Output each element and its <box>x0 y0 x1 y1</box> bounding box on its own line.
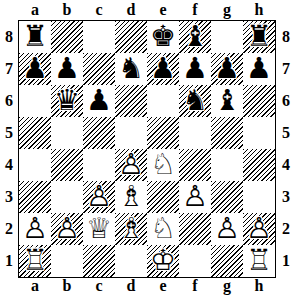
white-bishop: ♝♗ <box>115 213 147 245</box>
black-pawn: ♟♟ <box>51 53 83 85</box>
square-c2[interactable]: ♛♕ <box>83 213 115 245</box>
rank-label-right-4: 4 <box>277 149 295 181</box>
square-f7[interactable]: ♟♟ <box>179 53 211 85</box>
black-pawn: ♟♟ <box>211 53 243 85</box>
square-d1[interactable] <box>115 245 147 277</box>
square-a5[interactable] <box>19 117 51 149</box>
file-label-top-h: h <box>243 1 275 19</box>
square-c5[interactable] <box>83 117 115 149</box>
square-e4[interactable]: ♞♘ <box>147 149 179 181</box>
file-label-top-c: c <box>83 1 115 19</box>
black-queen: ♛♛ <box>51 85 83 117</box>
file-label-top-e: e <box>147 1 179 19</box>
white-queen: ♛♕ <box>83 213 115 245</box>
white-knight: ♞♘ <box>147 149 179 181</box>
square-a8[interactable]: ♜♜ <box>19 21 51 53</box>
rank-label-left-7: 7 <box>0 53 18 85</box>
white-bishop-glyph: ♗ <box>115 181 147 213</box>
white-pawn-glyph: ♙ <box>51 213 83 245</box>
black-pawn: ♟♟ <box>243 53 275 85</box>
rank-label-left-8: 8 <box>0 21 18 53</box>
square-e1[interactable]: ♚♔ <box>147 245 179 277</box>
rank-label-left-6: 6 <box>0 85 18 117</box>
square-f3[interactable]: ♟♙ <box>179 181 211 213</box>
white-pawn-glyph: ♙ <box>243 213 275 245</box>
black-pawn: ♟♟ <box>179 53 211 85</box>
square-g7[interactable]: ♟♟ <box>211 53 243 85</box>
square-g8[interactable] <box>211 21 243 53</box>
file-label-top-a: a <box>19 1 51 19</box>
file-labels-top: abcdefgh <box>19 1 275 19</box>
rank-label-right-8: 8 <box>277 21 295 53</box>
square-d3[interactable]: ♝♗ <box>115 181 147 213</box>
square-a4[interactable] <box>19 149 51 181</box>
white-king-glyph: ♔ <box>147 245 179 277</box>
square-e6[interactable] <box>147 85 179 117</box>
black-knight: ♞♞ <box>115 53 147 85</box>
rank-label-left-5: 5 <box>0 117 18 149</box>
file-label-bottom-d: d <box>115 277 147 295</box>
square-b7[interactable]: ♟♟ <box>51 53 83 85</box>
square-h5[interactable] <box>243 117 275 149</box>
square-d2[interactable]: ♝♗ <box>115 213 147 245</box>
square-c4[interactable] <box>83 149 115 181</box>
black-rook: ♜♜ <box>243 21 275 53</box>
square-h6[interactable] <box>243 85 275 117</box>
file-label-top-f: f <box>179 1 211 19</box>
square-a2[interactable]: ♟♙ <box>19 213 51 245</box>
square-h2[interactable]: ♟♙ <box>243 213 275 245</box>
square-b1[interactable] <box>51 245 83 277</box>
square-d6[interactable] <box>115 85 147 117</box>
square-d5[interactable] <box>115 117 147 149</box>
white-pawn: ♟♙ <box>243 213 275 245</box>
white-pawn: ♟♙ <box>115 149 147 181</box>
square-e5[interactable] <box>147 117 179 149</box>
black-pawn-glyph: ♟ <box>51 53 83 85</box>
rank-label-left-3: 3 <box>0 181 18 213</box>
file-label-top-d: d <box>115 1 147 19</box>
black-queen-glyph: ♛ <box>51 85 83 117</box>
white-pawn-glyph: ♙ <box>115 149 147 181</box>
square-a6[interactable] <box>19 85 51 117</box>
white-pawn: ♟♙ <box>211 213 243 245</box>
square-d4[interactable]: ♟♙ <box>115 149 147 181</box>
square-f5[interactable] <box>179 117 211 149</box>
rank-label-right-2: 2 <box>277 213 295 245</box>
white-rook-glyph: ♖ <box>243 245 275 277</box>
white-pawn-glyph: ♙ <box>19 213 51 245</box>
file-label-bottom-c: c <box>83 277 115 295</box>
black-pawn-glyph: ♟ <box>179 53 211 85</box>
square-e8[interactable]: ♚♚ <box>147 21 179 53</box>
black-rook: ♜♜ <box>19 21 51 53</box>
square-b8[interactable] <box>51 21 83 53</box>
square-g4[interactable] <box>211 149 243 181</box>
black-pawn-glyph: ♟ <box>211 53 243 85</box>
file-label-bottom-f: f <box>179 277 211 295</box>
black-pawn-glyph: ♟ <box>147 53 179 85</box>
black-king-glyph: ♚ <box>147 21 179 53</box>
white-pawn: ♟♙ <box>179 181 211 213</box>
square-b3[interactable] <box>51 181 83 213</box>
square-f8[interactable]: ♝♝ <box>179 21 211 53</box>
rank-label-right-1: 1 <box>277 245 295 277</box>
black-pawn: ♟♟ <box>147 53 179 85</box>
rank-label-right-6: 6 <box>277 85 295 117</box>
black-bishop: ♝♝ <box>179 21 211 53</box>
white-pawn-glyph: ♙ <box>211 213 243 245</box>
square-b4[interactable] <box>51 149 83 181</box>
square-b2[interactable]: ♟♙ <box>51 213 83 245</box>
rank-label-right-7: 7 <box>277 53 295 85</box>
file-label-bottom-a: a <box>19 277 51 295</box>
black-rook-glyph: ♜ <box>243 21 275 53</box>
square-c7[interactable] <box>83 53 115 85</box>
square-g1[interactable] <box>211 245 243 277</box>
rank-labels-right: 87654321 <box>277 21 295 277</box>
white-pawn-glyph: ♙ <box>83 181 115 213</box>
file-label-top-g: g <box>211 1 243 19</box>
white-rook: ♜♖ <box>243 245 275 277</box>
black-knight-glyph: ♞ <box>115 53 147 85</box>
file-label-bottom-h: h <box>243 277 275 295</box>
file-label-bottom-g: g <box>211 277 243 295</box>
square-e2[interactable]: ♞♘ <box>147 213 179 245</box>
square-e7[interactable]: ♟♟ <box>147 53 179 85</box>
black-pawn: ♟♟ <box>83 85 115 117</box>
black-pawn-glyph: ♟ <box>83 85 115 117</box>
square-h4[interactable] <box>243 149 275 181</box>
square-c6[interactable]: ♟♟ <box>83 85 115 117</box>
square-h7[interactable]: ♟♟ <box>243 53 275 85</box>
white-bishop: ♝♗ <box>115 181 147 213</box>
black-bishop: ♝♝ <box>211 85 243 117</box>
square-b6[interactable]: ♛♛ <box>51 85 83 117</box>
rank-label-right-5: 5 <box>277 117 295 149</box>
rank-label-left-4: 4 <box>0 149 18 181</box>
chess-diagram: abcdefgh 87654321 ♜♜♚♚♝♝♜♜♟♟♟♟♞♞♟♟♟♟♟♟♟♟… <box>0 0 295 295</box>
white-knight-glyph: ♘ <box>147 213 179 245</box>
square-h8[interactable]: ♜♜ <box>243 21 275 53</box>
white-pawn: ♟♙ <box>19 213 51 245</box>
white-pawn: ♟♙ <box>83 181 115 213</box>
square-a1[interactable]: ♜♖ <box>19 245 51 277</box>
square-e3[interactable] <box>147 181 179 213</box>
black-pawn-glyph: ♟ <box>19 53 51 85</box>
black-bishop-glyph: ♝ <box>179 21 211 53</box>
white-knight: ♞♘ <box>147 213 179 245</box>
square-a3[interactable] <box>19 181 51 213</box>
white-knight-glyph: ♘ <box>147 149 179 181</box>
white-king: ♚♔ <box>147 245 179 277</box>
rank-label-right-3: 3 <box>277 181 295 213</box>
black-pawn: ♟♟ <box>19 53 51 85</box>
white-pawn-glyph: ♙ <box>179 181 211 213</box>
square-g5[interactable] <box>211 117 243 149</box>
square-g3[interactable] <box>211 181 243 213</box>
square-f6[interactable]: ♞♞ <box>179 85 211 117</box>
white-rook-glyph: ♖ <box>19 245 51 277</box>
square-b5[interactable] <box>51 117 83 149</box>
black-knight-glyph: ♞ <box>179 85 211 117</box>
square-a7[interactable]: ♟♟ <box>19 53 51 85</box>
square-f4[interactable] <box>179 149 211 181</box>
black-rook-glyph: ♜ <box>19 21 51 53</box>
square-f1[interactable] <box>179 245 211 277</box>
square-h3[interactable] <box>243 181 275 213</box>
white-bishop-glyph: ♗ <box>115 213 147 245</box>
file-labels-bottom: abcdefgh <box>19 277 275 295</box>
file-label-bottom-e: e <box>147 277 179 295</box>
square-f2[interactable] <box>179 213 211 245</box>
black-pawn-glyph: ♟ <box>243 53 275 85</box>
square-g2[interactable]: ♟♙ <box>211 213 243 245</box>
white-rook: ♜♖ <box>19 245 51 277</box>
file-label-bottom-b: b <box>51 277 83 295</box>
black-bishop-glyph: ♝ <box>211 85 243 117</box>
rank-labels-left: 87654321 <box>0 21 18 277</box>
chess-board: ♜♜♚♚♝♝♜♜♟♟♟♟♞♞♟♟♟♟♟♟♟♟♛♛♟♟♞♞♝♝♟♙♞♘♟♙♝♗♟♙… <box>18 20 276 278</box>
black-knight: ♞♞ <box>179 85 211 117</box>
square-c8[interactable] <box>83 21 115 53</box>
black-king: ♚♚ <box>147 21 179 53</box>
square-c3[interactable]: ♟♙ <box>83 181 115 213</box>
white-queen-glyph: ♕ <box>83 213 115 245</box>
square-d8[interactable] <box>115 21 147 53</box>
file-label-top-b: b <box>51 1 83 19</box>
square-d7[interactable]: ♞♞ <box>115 53 147 85</box>
square-g6[interactable]: ♝♝ <box>211 85 243 117</box>
square-h1[interactable]: ♜♖ <box>243 245 275 277</box>
rank-label-left-1: 1 <box>0 245 18 277</box>
white-pawn: ♟♙ <box>51 213 83 245</box>
square-c1[interactable] <box>83 245 115 277</box>
rank-label-left-2: 2 <box>0 213 18 245</box>
